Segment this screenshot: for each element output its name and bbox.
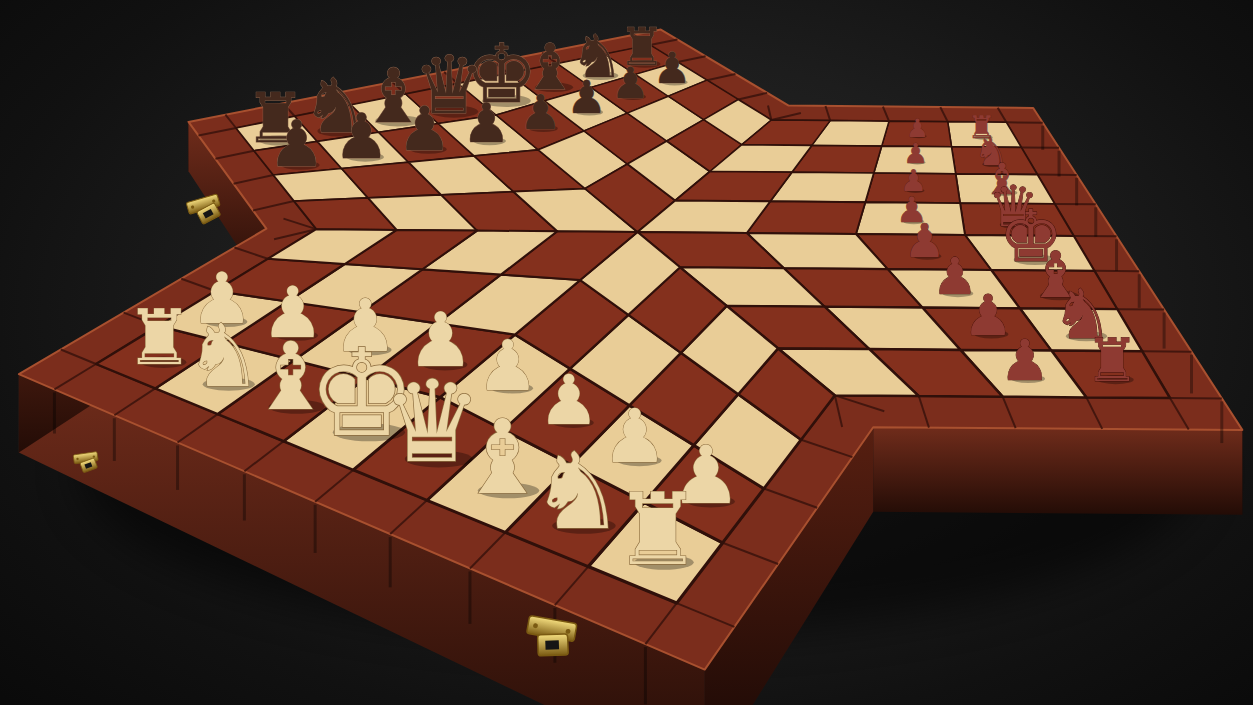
three-player-chess-board: ♜♞♟♝♟♚♛♟♝♞♟♟♜♜♟♟♟♟♟♞♟♝♟♛♟♚♟♝♟♟♟♞♟♜♟♟♜♞♟♝…	[0, 0, 1253, 705]
piece-black-P: ♟	[397, 93, 452, 164]
piece-white-R: ♜	[125, 293, 193, 382]
scene: ♜♞♟♝♟♚♛♟♝♞♟♟♜♜♟♟♟♟♟♞♟♝♟♛♟♚♟♝♟♟♟♞♟♜♟♟♜♞♟♝…	[0, 0, 1253, 705]
piece-black-P: ♟	[653, 43, 692, 93]
board-side-face	[873, 427, 1242, 515]
piece-red-R: ♜	[1085, 325, 1139, 395]
piece-red-P: ♟	[999, 328, 1050, 393]
piece-white-P: ♟	[476, 325, 539, 407]
piece-black-P: ♟	[268, 107, 325, 181]
piece-white-N: ♞	[530, 430, 625, 553]
piece-black-P: ♟	[462, 92, 511, 155]
piece-white-R: ♜	[614, 472, 703, 587]
piece-black-P: ♟	[333, 100, 389, 173]
piece-black-P: ♟	[611, 58, 650, 108]
piece-black-P: ♟	[519, 85, 562, 140]
piece-black-P: ♟	[566, 71, 607, 124]
brass-latch	[186, 194, 224, 227]
